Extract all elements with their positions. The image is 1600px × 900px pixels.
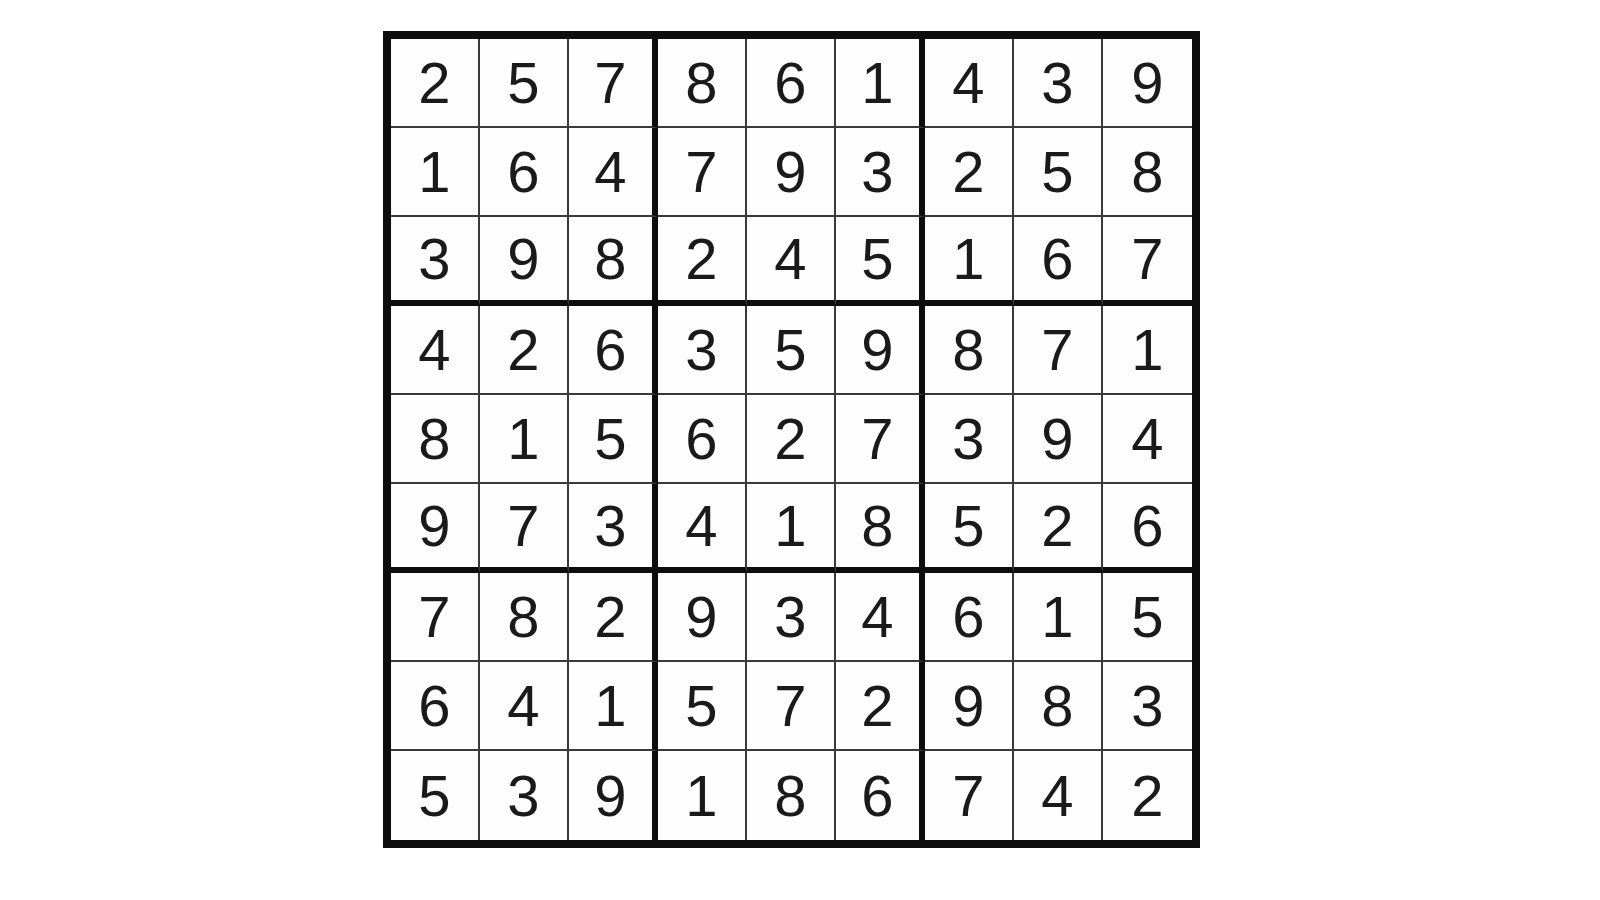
cell-r8c6[interactable]: 2	[836, 662, 925, 751]
cell-r9c1[interactable]: 5	[391, 751, 480, 840]
cell-r8c2[interactable]: 4	[480, 662, 569, 751]
cell-r1c8[interactable]: 3	[1014, 39, 1103, 128]
cell-r8c7[interactable]: 9	[925, 662, 1014, 751]
cell-r6c3[interactable]: 3	[569, 484, 658, 573]
cell-r4c7[interactable]: 8	[925, 306, 1014, 395]
cell-r2c3[interactable]: 4	[569, 128, 658, 217]
cell-r4c9[interactable]: 1	[1103, 306, 1192, 395]
page-background: 2578614391647932583982451674263598718156…	[0, 0, 1600, 900]
cell-r7c3[interactable]: 2	[569, 573, 658, 662]
cell-r4c4[interactable]: 3	[658, 306, 747, 395]
cell-r1c4[interactable]: 8	[658, 39, 747, 128]
cell-r1c9[interactable]: 9	[1103, 39, 1192, 128]
cell-r2c8[interactable]: 5	[1014, 128, 1103, 217]
cell-r8c8[interactable]: 8	[1014, 662, 1103, 751]
cell-r4c6[interactable]: 9	[836, 306, 925, 395]
cell-r6c7[interactable]: 5	[925, 484, 1014, 573]
cell-r5c3[interactable]: 5	[569, 395, 658, 484]
cell-r3c4[interactable]: 2	[658, 217, 747, 306]
cell-r7c6[interactable]: 4	[836, 573, 925, 662]
cell-r1c7[interactable]: 4	[925, 39, 1014, 128]
cell-r7c5[interactable]: 3	[747, 573, 836, 662]
cell-r5c9[interactable]: 4	[1103, 395, 1192, 484]
sudoku-board: 2578614391647932583982451674263598718156…	[383, 31, 1200, 848]
cell-r9c7[interactable]: 7	[925, 751, 1014, 840]
cell-r6c5[interactable]: 1	[747, 484, 836, 573]
cell-r9c4[interactable]: 1	[658, 751, 747, 840]
cell-r3c6[interactable]: 5	[836, 217, 925, 306]
cell-r5c6[interactable]: 7	[836, 395, 925, 484]
cell-r2c2[interactable]: 6	[480, 128, 569, 217]
cell-r8c3[interactable]: 1	[569, 662, 658, 751]
cell-r3c8[interactable]: 6	[1014, 217, 1103, 306]
cell-r6c6[interactable]: 8	[836, 484, 925, 573]
cell-r6c8[interactable]: 2	[1014, 484, 1103, 573]
cell-r1c1[interactable]: 2	[391, 39, 480, 128]
cell-r8c9[interactable]: 3	[1103, 662, 1192, 751]
cell-r7c9[interactable]: 5	[1103, 573, 1192, 662]
cell-r1c2[interactable]: 5	[480, 39, 569, 128]
cell-r6c4[interactable]: 4	[658, 484, 747, 573]
cell-r3c2[interactable]: 9	[480, 217, 569, 306]
cell-r9c3[interactable]: 9	[569, 751, 658, 840]
cell-r9c9[interactable]: 2	[1103, 751, 1192, 840]
cell-r9c2[interactable]: 3	[480, 751, 569, 840]
cell-r4c5[interactable]: 5	[747, 306, 836, 395]
cell-r4c2[interactable]: 2	[480, 306, 569, 395]
cell-r6c9[interactable]: 6	[1103, 484, 1192, 573]
cell-r4c1[interactable]: 4	[391, 306, 480, 395]
cell-r3c5[interactable]: 4	[747, 217, 836, 306]
cell-r5c8[interactable]: 9	[1014, 395, 1103, 484]
cell-r5c1[interactable]: 8	[391, 395, 480, 484]
cell-r8c5[interactable]: 7	[747, 662, 836, 751]
cell-r3c9[interactable]: 7	[1103, 217, 1192, 306]
cell-r5c4[interactable]: 6	[658, 395, 747, 484]
cell-r9c5[interactable]: 8	[747, 751, 836, 840]
cell-r8c1[interactable]: 6	[391, 662, 480, 751]
cell-r7c2[interactable]: 8	[480, 573, 569, 662]
cell-r2c1[interactable]: 1	[391, 128, 480, 217]
cell-r5c5[interactable]: 2	[747, 395, 836, 484]
cell-r1c5[interactable]: 6	[747, 39, 836, 128]
cell-r2c5[interactable]: 9	[747, 128, 836, 217]
cell-r6c2[interactable]: 7	[480, 484, 569, 573]
cell-r5c2[interactable]: 1	[480, 395, 569, 484]
cell-r7c1[interactable]: 7	[391, 573, 480, 662]
cell-r7c4[interactable]: 9	[658, 573, 747, 662]
cell-r2c6[interactable]: 3	[836, 128, 925, 217]
cell-r1c6[interactable]: 1	[836, 39, 925, 128]
cell-r9c6[interactable]: 6	[836, 751, 925, 840]
cell-r2c7[interactable]: 2	[925, 128, 1014, 217]
cell-r9c8[interactable]: 4	[1014, 751, 1103, 840]
cell-r5c7[interactable]: 3	[925, 395, 1014, 484]
cell-r1c3[interactable]: 7	[569, 39, 658, 128]
cell-r2c9[interactable]: 8	[1103, 128, 1192, 217]
cell-r4c3[interactable]: 6	[569, 306, 658, 395]
cell-r3c3[interactable]: 8	[569, 217, 658, 306]
cell-r7c8[interactable]: 1	[1014, 573, 1103, 662]
cell-r4c8[interactable]: 7	[1014, 306, 1103, 395]
cell-r3c1[interactable]: 3	[391, 217, 480, 306]
cell-r7c7[interactable]: 6	[925, 573, 1014, 662]
cell-r8c4[interactable]: 5	[658, 662, 747, 751]
cell-r2c4[interactable]: 7	[658, 128, 747, 217]
cell-r3c7[interactable]: 1	[925, 217, 1014, 306]
cell-r6c1[interactable]: 9	[391, 484, 480, 573]
